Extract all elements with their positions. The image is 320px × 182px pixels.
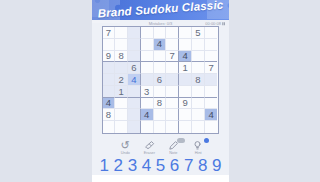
cell-r2c6[interactable] xyxy=(166,39,179,51)
cell-r2c8[interactable] xyxy=(192,39,205,51)
cell-r8c9[interactable]: 4 xyxy=(205,109,218,121)
cell-r5c7[interactable] xyxy=(179,74,192,86)
cell-r1c4[interactable] xyxy=(141,27,154,39)
cell-r1c9[interactable] xyxy=(205,27,218,39)
numpad-key-9[interactable]: 9 xyxy=(212,156,221,175)
numpad-key-5[interactable]: 5 xyxy=(156,156,165,175)
numpad-key-8[interactable]: 8 xyxy=(198,156,207,175)
cell-r6c5[interactable] xyxy=(154,86,167,98)
cell-r3c4[interactable] xyxy=(141,51,154,63)
cell-r9c6[interactable] xyxy=(166,121,179,133)
cell-r6c2[interactable]: 1 xyxy=(115,86,128,98)
cell-r8c3[interactable] xyxy=(128,109,141,121)
cell-r5c5[interactable]: 6 xyxy=(154,74,167,86)
cell-r6c8[interactable] xyxy=(192,86,205,98)
cell-r5c8[interactable]: 8 xyxy=(192,74,205,86)
numpad-key-4[interactable]: 4 xyxy=(142,156,151,175)
app-header: Brand Sudoku Classic xyxy=(92,0,229,20)
cell-r7c8[interactable] xyxy=(192,98,205,110)
cell-r7c5[interactable]: 8 xyxy=(154,98,167,110)
cell-r8c5[interactable] xyxy=(154,109,167,121)
cell-r3c5[interactable] xyxy=(154,51,167,63)
cell-r6c3[interactable] xyxy=(128,86,141,98)
eraser-label: Eraser xyxy=(144,151,155,155)
bulb-icon xyxy=(192,140,203,151)
cell-r1c6[interactable] xyxy=(166,27,179,39)
numpad-key-3[interactable]: 3 xyxy=(128,156,137,175)
cell-r3c3[interactable] xyxy=(128,51,141,63)
cell-r3c7[interactable]: 4 xyxy=(179,51,192,63)
toolbar: ↺ Undo Eraser Note xyxy=(115,140,209,156)
cell-r2c9[interactable] xyxy=(205,39,218,51)
cell-r4c1[interactable] xyxy=(103,62,116,74)
pause-icon[interactable] xyxy=(222,22,224,25)
cell-r5c2[interactable]: 2 xyxy=(115,74,128,86)
cell-r1c1[interactable]: 7 xyxy=(103,27,116,39)
cell-r9c1[interactable] xyxy=(103,121,116,133)
hint-button[interactable]: Hint xyxy=(187,140,208,156)
cell-r2c4[interactable] xyxy=(141,39,154,51)
cell-r5c9[interactable] xyxy=(205,74,218,86)
cell-r6c6[interactable] xyxy=(166,86,179,98)
cell-r8c7[interactable] xyxy=(179,109,192,121)
cell-r7c1[interactable]: 4 xyxy=(103,98,116,110)
cell-r3c1[interactable]: 9 xyxy=(103,51,116,63)
cell-r3c2[interactable]: 8 xyxy=(115,51,128,63)
cell-r9c8[interactable] xyxy=(192,121,205,133)
cell-r2c2[interactable] xyxy=(115,39,128,51)
cell-r2c7[interactable] xyxy=(179,39,192,51)
cell-r8c8[interactable] xyxy=(192,109,205,121)
numpad-key-6[interactable]: 6 xyxy=(170,156,179,175)
cell-r3c8[interactable] xyxy=(192,51,205,63)
cell-r9c9[interactable] xyxy=(205,121,218,133)
numpad-key-1[interactable]: 1 xyxy=(100,156,109,175)
cell-r9c4[interactable] xyxy=(141,121,154,133)
note-toggle-badge xyxy=(177,138,185,143)
undo-button[interactable]: ↺ Undo xyxy=(115,140,136,156)
undo-icon: ↺ xyxy=(120,140,129,151)
cell-r6c1[interactable] xyxy=(103,86,116,98)
bottom-bar xyxy=(92,175,229,182)
cell-r4c2[interactable] xyxy=(115,62,128,74)
cell-r4c6[interactable] xyxy=(166,62,179,74)
cell-r7c6[interactable] xyxy=(166,98,179,110)
cell-r2c5[interactable]: 4 xyxy=(154,39,167,51)
cell-r8c2[interactable] xyxy=(115,109,128,121)
cell-r8c1[interactable]: 8 xyxy=(103,109,116,121)
cell-r4c8[interactable] xyxy=(192,62,205,74)
hint-label: Hint xyxy=(195,151,202,155)
cell-r6c4[interactable]: 3 xyxy=(141,86,154,98)
cell-r9c3[interactable] xyxy=(128,121,141,133)
cell-r9c2[interactable] xyxy=(115,121,128,133)
cell-r5c6[interactable] xyxy=(166,74,179,86)
cell-r3c9[interactable] xyxy=(205,51,218,63)
numpad-key-2[interactable]: 2 xyxy=(114,156,123,175)
cell-r4c4[interactable] xyxy=(141,62,154,74)
cell-r7c2[interactable] xyxy=(115,98,128,110)
undo-label: Undo xyxy=(120,151,129,155)
cell-r1c7[interactable] xyxy=(179,27,192,39)
sudoku-board: 7549874617246813489844 xyxy=(102,26,219,134)
cell-r4c7[interactable]: 1 xyxy=(179,62,192,74)
cell-r8c6[interactable] xyxy=(166,109,179,121)
number-pad: 123456789 xyxy=(100,156,222,175)
cell-r3c6[interactable]: 7 xyxy=(166,51,179,63)
cell-r5c1[interactable] xyxy=(103,74,116,86)
numpad-key-7[interactable]: 7 xyxy=(184,156,193,175)
cell-r1c2[interactable] xyxy=(115,27,128,39)
cell-r7c4[interactable] xyxy=(141,98,154,110)
cell-r8c4[interactable]: 4 xyxy=(141,109,154,121)
eraser-button[interactable]: Eraser xyxy=(139,140,160,156)
hint-badge xyxy=(204,138,209,143)
cell-r9c5[interactable] xyxy=(154,121,167,133)
cell-r2c1[interactable] xyxy=(103,39,116,51)
cell-r4c9[interactable]: 7 xyxy=(205,62,218,74)
eraser-icon xyxy=(144,140,155,151)
cell-r5c4[interactable] xyxy=(141,74,154,86)
cell-r5c3[interactable]: 4 xyxy=(128,74,141,86)
cell-r7c7[interactable]: 9 xyxy=(179,98,192,110)
cell-r6c9[interactable] xyxy=(205,86,218,98)
note-button[interactable]: Note xyxy=(163,140,184,156)
cell-r2c3[interactable] xyxy=(128,39,141,51)
cell-r7c3[interactable] xyxy=(128,98,141,110)
cell-r4c3[interactable]: 6 xyxy=(128,62,141,74)
cell-r1c8[interactable]: 5 xyxy=(192,27,205,39)
cell-r1c5[interactable] xyxy=(154,27,167,39)
cell-r9c7[interactable] xyxy=(179,121,192,133)
cell-r7c9[interactable] xyxy=(205,98,218,110)
cell-r1c3[interactable] xyxy=(128,27,141,39)
sudoku-app-screen: Brand Sudoku Classic Mistakes: 0/3 00:00… xyxy=(92,0,229,182)
note-label: Note xyxy=(170,151,178,155)
cell-r6c7[interactable] xyxy=(179,86,192,98)
cell-r4c5[interactable] xyxy=(154,62,167,74)
